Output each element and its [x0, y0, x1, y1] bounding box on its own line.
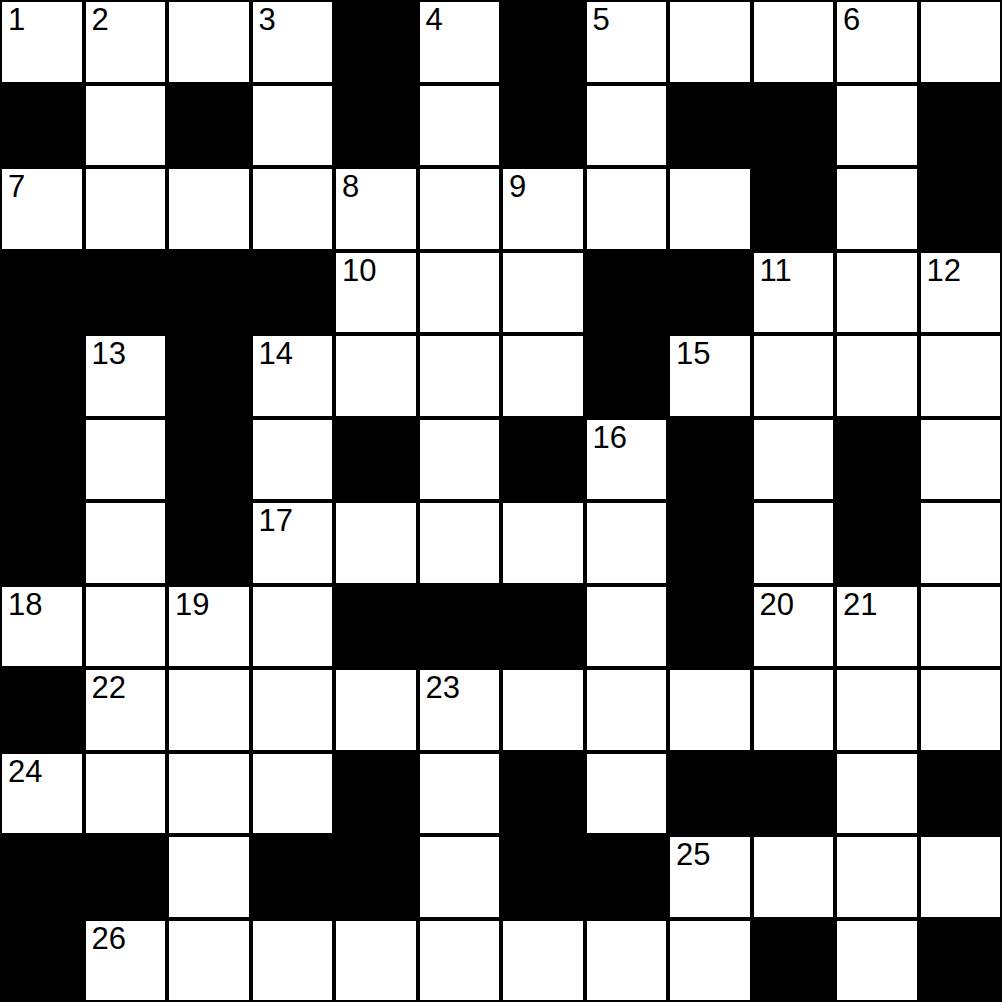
white-cell[interactable] [251, 418, 335, 502]
white-cell[interactable] [919, 0, 1002, 84]
white-cell[interactable]: 24 [0, 752, 84, 836]
clue-number: 14 [259, 338, 293, 369]
white-cell[interactable] [84, 501, 168, 585]
white-cell[interactable]: 23 [418, 668, 502, 752]
white-cell[interactable] [752, 835, 836, 919]
black-cell [501, 418, 585, 502]
black-cell [752, 84, 836, 168]
white-cell[interactable]: 26 [84, 919, 168, 1002]
black-cell [0, 668, 84, 752]
white-cell[interactable] [418, 835, 502, 919]
white-cell[interactable] [501, 668, 585, 752]
white-cell[interactable] [251, 668, 335, 752]
black-cell [501, 585, 585, 669]
black-cell [334, 752, 418, 836]
white-cell[interactable] [84, 418, 168, 502]
white-cell[interactable] [418, 501, 502, 585]
black-cell [167, 418, 251, 502]
white-cell[interactable] [919, 835, 1002, 919]
black-cell [585, 835, 669, 919]
black-cell [418, 585, 502, 669]
white-cell[interactable] [668, 167, 752, 251]
white-cell[interactable] [501, 334, 585, 418]
clue-number: 15 [676, 338, 710, 369]
white-cell[interactable] [835, 167, 919, 251]
clue-number: 20 [760, 589, 794, 620]
black-cell [0, 251, 84, 335]
white-cell[interactable] [501, 919, 585, 1002]
black-cell [668, 585, 752, 669]
black-cell [167, 334, 251, 418]
clue-number: 18 [8, 589, 42, 620]
white-cell[interactable] [84, 167, 168, 251]
black-cell [334, 0, 418, 84]
clue-number: 22 [92, 672, 126, 703]
white-cell[interactable] [585, 585, 669, 669]
white-cell[interactable]: 11 [752, 251, 836, 335]
black-cell [0, 418, 84, 502]
black-cell [919, 84, 1002, 168]
white-cell[interactable]: 8 [334, 167, 418, 251]
white-cell[interactable] [251, 919, 335, 1002]
black-cell [752, 752, 836, 836]
white-cell[interactable] [84, 752, 168, 836]
white-cell[interactable] [668, 919, 752, 1002]
black-cell [334, 84, 418, 168]
white-cell[interactable] [919, 585, 1002, 669]
black-cell [251, 251, 335, 335]
white-cell[interactable]: 16 [585, 418, 669, 502]
white-cell[interactable] [418, 919, 502, 1002]
black-cell [835, 501, 919, 585]
black-cell [334, 585, 418, 669]
white-cell[interactable]: 15 [668, 334, 752, 418]
white-cell[interactable] [919, 334, 1002, 418]
white-cell[interactable] [251, 167, 335, 251]
white-cell[interactable]: 1 [0, 0, 84, 84]
white-cell[interactable]: 21 [835, 585, 919, 669]
black-cell [0, 919, 84, 1002]
white-cell[interactable]: 25 [668, 835, 752, 919]
black-cell [0, 84, 84, 168]
clue-number: 7 [8, 171, 25, 202]
white-cell[interactable] [585, 501, 669, 585]
white-cell[interactable] [752, 501, 836, 585]
white-cell[interactable] [334, 919, 418, 1002]
white-cell[interactable] [835, 668, 919, 752]
black-cell [0, 835, 84, 919]
black-cell [334, 835, 418, 919]
white-cell[interactable] [919, 418, 1002, 502]
white-cell[interactable] [167, 919, 251, 1002]
white-cell[interactable] [752, 668, 836, 752]
clue-number: 26 [92, 923, 126, 954]
white-cell[interactable] [835, 919, 919, 1002]
white-cell[interactable]: 18 [0, 585, 84, 669]
white-cell[interactable] [251, 585, 335, 669]
white-cell[interactable] [251, 752, 335, 836]
white-cell[interactable] [585, 919, 669, 1002]
white-cell[interactable] [167, 0, 251, 84]
clue-number: 3 [259, 4, 276, 35]
white-cell[interactable] [585, 84, 669, 168]
black-cell [752, 167, 836, 251]
white-cell[interactable] [752, 334, 836, 418]
white-cell[interactable]: 22 [84, 668, 168, 752]
white-cell[interactable] [835, 835, 919, 919]
white-cell[interactable] [84, 84, 168, 168]
black-cell [167, 84, 251, 168]
black-cell [919, 167, 1002, 251]
black-cell [84, 251, 168, 335]
white-cell[interactable]: 5 [585, 0, 669, 84]
black-cell [0, 501, 84, 585]
black-cell [167, 501, 251, 585]
black-cell [668, 418, 752, 502]
white-cell[interactable] [501, 501, 585, 585]
clue-number: 23 [426, 672, 460, 703]
white-cell[interactable] [418, 334, 502, 418]
white-cell[interactable] [835, 752, 919, 836]
white-cell[interactable] [251, 84, 335, 168]
clue-number: 6 [843, 4, 860, 35]
white-cell[interactable] [334, 334, 418, 418]
white-cell[interactable]: 9 [501, 167, 585, 251]
white-cell[interactable] [752, 0, 836, 84]
black-cell [84, 835, 168, 919]
white-cell[interactable] [334, 501, 418, 585]
white-cell[interactable] [752, 418, 836, 502]
white-cell[interactable]: 17 [251, 501, 335, 585]
black-cell [501, 0, 585, 84]
clue-number: 11 [760, 255, 792, 286]
white-cell[interactable]: 6 [835, 0, 919, 84]
white-cell[interactable]: 10 [334, 251, 418, 335]
black-cell [919, 752, 1002, 836]
white-cell[interactable] [167, 668, 251, 752]
white-cell[interactable] [585, 167, 669, 251]
white-cell[interactable] [585, 752, 669, 836]
clue-number: 1 [8, 4, 25, 35]
black-cell [585, 334, 669, 418]
white-cell[interactable] [167, 167, 251, 251]
clue-number: 21 [843, 589, 877, 620]
black-cell [835, 418, 919, 502]
black-cell [668, 84, 752, 168]
clue-number: 10 [342, 255, 376, 286]
clue-number: 2 [92, 4, 109, 35]
clue-number: 16 [593, 422, 627, 453]
clue-number: 8 [342, 171, 359, 202]
white-cell[interactable] [501, 251, 585, 335]
clue-number: 13 [92, 338, 126, 369]
white-cell[interactable] [585, 668, 669, 752]
white-cell[interactable] [418, 418, 502, 502]
white-cell[interactable] [418, 167, 502, 251]
white-cell[interactable] [668, 668, 752, 752]
white-cell[interactable] [835, 334, 919, 418]
black-cell [501, 84, 585, 168]
black-cell [668, 501, 752, 585]
clue-number: 4 [426, 4, 443, 35]
white-cell[interactable]: 19 [167, 585, 251, 669]
black-cell [167, 251, 251, 335]
black-cell [251, 835, 335, 919]
white-cell[interactable]: 3 [251, 0, 335, 84]
white-cell[interactable] [835, 251, 919, 335]
clue-number: 12 [927, 255, 961, 286]
black-cell [334, 418, 418, 502]
white-cell[interactable]: 20 [752, 585, 836, 669]
black-cell [919, 919, 1002, 1002]
clue-number: 17 [259, 505, 293, 536]
white-cell[interactable] [919, 668, 1002, 752]
black-cell [668, 752, 752, 836]
clue-number: 5 [593, 4, 610, 35]
white-cell[interactable]: 13 [84, 334, 168, 418]
black-cell [752, 919, 836, 1002]
black-cell [668, 251, 752, 335]
white-cell[interactable]: 4 [418, 0, 502, 84]
black-cell [585, 251, 669, 335]
black-cell [0, 334, 84, 418]
white-cell[interactable]: 12 [919, 251, 1002, 335]
clue-number: 19 [175, 589, 209, 620]
white-cell[interactable]: 2 [84, 0, 168, 84]
clue-number: 25 [676, 839, 710, 870]
white-cell[interactable] [418, 84, 502, 168]
white-cell[interactable] [167, 752, 251, 836]
white-cell[interactable]: 7 [0, 167, 84, 251]
white-cell[interactable] [418, 251, 502, 335]
white-cell[interactable] [668, 0, 752, 84]
white-cell[interactable] [418, 752, 502, 836]
black-cell [501, 752, 585, 836]
white-cell[interactable] [167, 835, 251, 919]
clue-number: 9 [509, 171, 526, 202]
black-cell [501, 835, 585, 919]
white-cell[interactable] [84, 585, 168, 669]
white-cell[interactable] [835, 84, 919, 168]
white-cell[interactable] [334, 668, 418, 752]
crossword-board: 1234567891011121314151617181920212223242… [0, 0, 1002, 1002]
clue-number: 24 [8, 756, 42, 787]
white-cell[interactable]: 14 [251, 334, 335, 418]
white-cell[interactable] [919, 501, 1002, 585]
